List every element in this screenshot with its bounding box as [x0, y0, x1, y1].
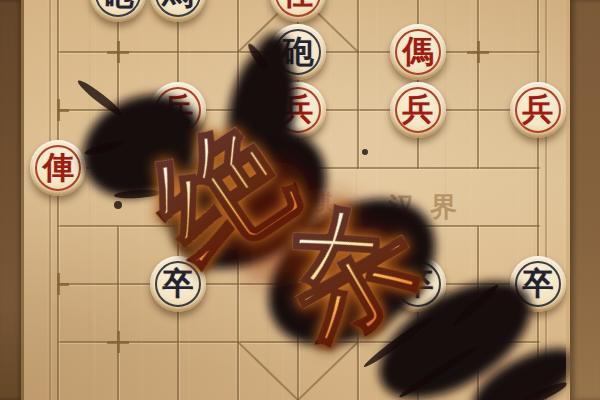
red-piece[interactable]: 傌 — [390, 24, 446, 80]
board-frame-left — [0, 0, 24, 400]
red-piece[interactable]: 兵 — [510, 82, 566, 138]
piece-glyph: 傌 — [390, 24, 446, 80]
red-piece[interactable]: 兵 — [390, 82, 446, 138]
river-label: 汉界 — [388, 189, 472, 225]
piece-glyph: 兵 — [390, 82, 446, 138]
piece-glyph: 俥 — [30, 140, 86, 196]
piece-glyph: 卒 — [510, 256, 566, 312]
black-piece[interactable]: 馬 — [150, 0, 206, 22]
xiangqi-app-screenshot: 象棋 汉界 砲馬仕砲傌兵兵兵兵俥卒卒卒 — [0, 0, 600, 400]
black-piece[interactable]: 卒 — [510, 256, 566, 312]
piece-glyph: 砲 — [90, 0, 146, 22]
black-piece[interactable]: 砲 — [270, 24, 326, 80]
piece-glyph: 兵 — [270, 82, 326, 138]
piece-glyph: 兵 — [510, 82, 566, 138]
piece-glyph: 馬 — [150, 0, 206, 22]
red-piece[interactable]: 俥 — [30, 140, 86, 196]
piece-glyph: 砲 — [270, 24, 326, 80]
piece-glyph: 仕 — [270, 0, 326, 22]
black-piece[interactable]: 砲 — [90, 0, 146, 22]
red-piece[interactable]: 仕 — [270, 0, 326, 22]
red-piece[interactable]: 兵 — [270, 82, 326, 138]
board-frame-right — [570, 0, 600, 400]
